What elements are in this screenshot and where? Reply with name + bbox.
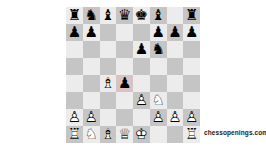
- piece-white-bishop-fill: ♝: [100, 75, 117, 92]
- piece-white-knight-fill: ♞: [150, 92, 167, 109]
- square-e1: ♚♔: [133, 126, 150, 143]
- piece-white-rook-fill: ♜: [183, 126, 200, 143]
- square-c7: [100, 24, 117, 41]
- piece-white-pawn: ♙: [150, 109, 167, 126]
- square-a2: ♟♙: [66, 109, 83, 126]
- square-h2: ♟♙: [183, 109, 200, 126]
- piece-white-rook: ♖: [183, 126, 200, 143]
- square-d6: [116, 41, 133, 58]
- piece-black-pawn: ♟: [150, 24, 167, 41]
- piece-white-pawn: ♙: [83, 109, 100, 126]
- piece-white-pawn: ♙: [133, 92, 150, 109]
- square-g4: [167, 75, 184, 92]
- square-d5: [116, 58, 133, 75]
- piece-black-bishop: ♝: [100, 7, 117, 24]
- square-e4: [133, 75, 150, 92]
- piece-white-pawn: ♙: [183, 109, 200, 126]
- chess-board: ♜♞♝♛♚♝♜♟♟♟♟♟♟♞♝♗♟♟♙♞♘♟♙♟♙♟♙♟♙♟♙♜♖♞♘♝♗♛♕♚…: [66, 7, 200, 143]
- square-b5: [83, 58, 100, 75]
- piece-black-queen: ♛: [116, 7, 133, 24]
- square-b8: ♞: [83, 7, 100, 24]
- square-e5: [133, 58, 150, 75]
- piece-white-knight: ♘: [150, 92, 167, 109]
- piece-black-knight: ♞: [83, 7, 100, 24]
- square-a5: [66, 58, 83, 75]
- watermark: chessopenings.com: [204, 129, 266, 136]
- square-h5: [183, 58, 200, 75]
- piece-black-king: ♚: [133, 7, 150, 24]
- square-d3: [116, 92, 133, 109]
- square-h8: ♜: [183, 7, 200, 24]
- piece-white-knight: ♘: [83, 126, 100, 143]
- square-f8: ♝: [150, 7, 167, 24]
- piece-white-king-fill: ♚: [133, 126, 150, 143]
- square-f2: ♟♙: [150, 109, 167, 126]
- piece-white-bishop-fill: ♝: [100, 126, 117, 143]
- piece-white-pawn: ♙: [167, 109, 184, 126]
- square-b6: [83, 41, 100, 58]
- square-a6: [66, 41, 83, 58]
- square-b4: [83, 75, 100, 92]
- square-c6: [100, 41, 117, 58]
- square-f5: [150, 58, 167, 75]
- square-d7: [116, 24, 133, 41]
- square-g7: ♟: [167, 24, 184, 41]
- square-h4: [183, 75, 200, 92]
- square-c3: [100, 92, 117, 109]
- square-b2: ♟♙: [83, 109, 100, 126]
- square-c8: ♝: [100, 7, 117, 24]
- square-g6: [167, 41, 184, 58]
- piece-black-pawn: ♟: [66, 24, 83, 41]
- square-b1: ♞♘: [83, 126, 100, 143]
- square-a1: ♜♖: [66, 126, 83, 143]
- piece-black-knight: ♞: [150, 41, 167, 58]
- square-e6: ♟: [133, 41, 150, 58]
- square-g1: [167, 126, 184, 143]
- chess-diagram: ♜♞♝♛♚♝♜♟♟♟♟♟♟♞♝♗♟♟♙♞♘♟♙♟♙♟♙♟♙♟♙♜♖♞♘♝♗♛♕♚…: [0, 0, 266, 150]
- piece-white-queen-fill: ♛: [116, 126, 133, 143]
- piece-white-pawn-fill: ♟: [183, 109, 200, 126]
- piece-black-rook: ♜: [66, 7, 83, 24]
- piece-black-pawn: ♟: [167, 24, 184, 41]
- square-c2: [100, 109, 117, 126]
- square-d4: ♟: [116, 75, 133, 92]
- square-g2: ♟♙: [167, 109, 184, 126]
- piece-white-rook-fill: ♜: [66, 126, 83, 143]
- square-e3: ♟♙: [133, 92, 150, 109]
- square-c1: ♝♗: [100, 126, 117, 143]
- piece-white-king: ♔: [133, 126, 150, 143]
- square-g5: [167, 58, 184, 75]
- square-e8: ♚: [133, 7, 150, 24]
- square-b3: [83, 92, 100, 109]
- square-d8: ♛: [116, 7, 133, 24]
- piece-white-pawn-fill: ♟: [66, 109, 83, 126]
- square-a8: ♜: [66, 7, 83, 24]
- square-g8: [167, 7, 184, 24]
- square-e2: [133, 109, 150, 126]
- piece-white-knight-fill: ♞: [83, 126, 100, 143]
- square-f7: ♟: [150, 24, 167, 41]
- square-f3: ♞♘: [150, 92, 167, 109]
- piece-black-bishop: ♝: [150, 7, 167, 24]
- piece-white-rook: ♖: [66, 126, 83, 143]
- piece-black-pawn: ♟: [183, 24, 200, 41]
- piece-white-bishop: ♗: [100, 75, 117, 92]
- piece-white-pawn-fill: ♟: [83, 109, 100, 126]
- square-g3: [167, 92, 184, 109]
- piece-white-pawn: ♙: [66, 109, 83, 126]
- piece-black-pawn: ♟: [83, 24, 100, 41]
- square-a4: [66, 75, 83, 92]
- square-h3: [183, 92, 200, 109]
- square-e7: [133, 24, 150, 41]
- square-f1: [150, 126, 167, 143]
- square-d2: [116, 109, 133, 126]
- square-c5: [100, 58, 117, 75]
- piece-white-bishop: ♗: [100, 126, 117, 143]
- square-f4: [150, 75, 167, 92]
- square-c4: ♝♗: [100, 75, 117, 92]
- square-a3: [66, 92, 83, 109]
- piece-white-queen: ♕: [116, 126, 133, 143]
- square-b7: ♟: [83, 24, 100, 41]
- piece-black-pawn: ♟: [133, 41, 150, 58]
- square-d1: ♛♕: [116, 126, 133, 143]
- square-h7: ♟: [183, 24, 200, 41]
- piece-white-pawn-fill: ♟: [133, 92, 150, 109]
- square-a7: ♟: [66, 24, 83, 41]
- piece-black-pawn: ♟: [116, 75, 133, 92]
- square-h6: [183, 41, 200, 58]
- square-f6: ♞: [150, 41, 167, 58]
- piece-black-rook: ♜: [183, 7, 200, 24]
- piece-white-pawn-fill: ♟: [167, 109, 184, 126]
- square-h1: ♜♖: [183, 126, 200, 143]
- piece-white-pawn-fill: ♟: [150, 109, 167, 126]
